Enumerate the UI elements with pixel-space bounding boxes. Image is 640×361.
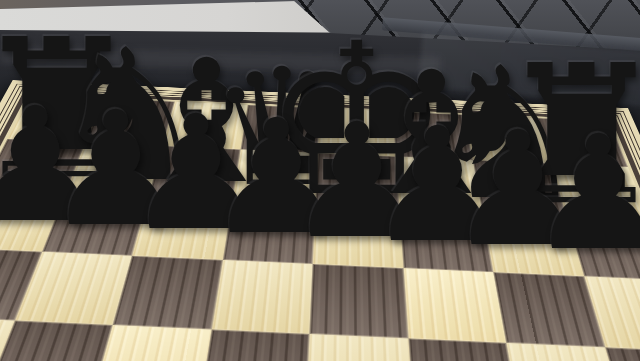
square-e4[interactable] xyxy=(306,334,414,361)
square-b4[interactable] xyxy=(0,321,113,361)
black-pawn-h7[interactable]: ♟ xyxy=(528,114,640,272)
square-h4[interactable] xyxy=(605,347,640,361)
chess-photo-scene: ♜♞♝♛♚♝♞♜♟♟♟♟♟♟♟♟ xyxy=(0,0,640,361)
square-d4[interactable] xyxy=(198,329,310,361)
